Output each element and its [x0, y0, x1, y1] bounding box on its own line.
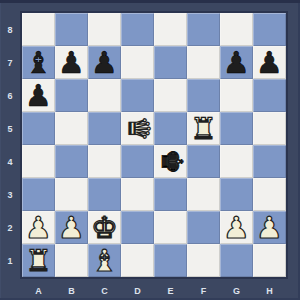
- black-pawn-piece[interactable]: ♟: [91, 46, 118, 79]
- black-pawn-piece[interactable]: ♟: [25, 79, 52, 112]
- square-b6[interactable]: [55, 79, 88, 112]
- square-h7[interactable]: ♟: [253, 46, 286, 79]
- square-a5[interactable]: [22, 112, 55, 145]
- square-g2[interactable]: ♟: [220, 211, 253, 244]
- square-c2[interactable]: ♚: [88, 211, 121, 244]
- square-a6[interactable]: ♟: [22, 79, 55, 112]
- white-queen-tipped-piece[interactable]: ♛: [121, 116, 154, 142]
- square-f2[interactable]: [187, 211, 220, 244]
- square-e8[interactable]: [154, 13, 187, 46]
- square-e5[interactable]: [154, 112, 187, 145]
- square-f5[interactable]: ♜: [187, 112, 220, 145]
- square-e2[interactable]: [154, 211, 187, 244]
- square-d5[interactable]: ♛: [121, 112, 154, 145]
- square-d6[interactable]: [121, 79, 154, 112]
- rank-label-2: 2: [0, 211, 20, 244]
- square-c3[interactable]: [88, 178, 121, 211]
- square-f1[interactable]: [187, 244, 220, 277]
- white-bishop-piece[interactable]: ♝: [91, 244, 118, 277]
- square-f6[interactable]: [187, 79, 220, 112]
- square-e7[interactable]: [154, 46, 187, 79]
- file-label-a: A: [22, 281, 55, 300]
- file-labels: ABCDEFGH: [22, 281, 286, 300]
- square-c5[interactable]: [88, 112, 121, 145]
- square-d1[interactable]: [121, 244, 154, 277]
- file-label-g: G: [220, 281, 253, 300]
- black-king-tipped-piece[interactable]: ♚: [154, 149, 187, 175]
- square-h2[interactable]: ♟: [253, 211, 286, 244]
- square-b7[interactable]: ♟: [55, 46, 88, 79]
- square-d3[interactable]: [121, 178, 154, 211]
- square-h3[interactable]: [253, 178, 286, 211]
- square-h5[interactable]: [253, 112, 286, 145]
- rank-label-5: 5: [0, 112, 20, 145]
- white-rook-piece[interactable]: ♜: [25, 244, 52, 277]
- square-f4[interactable]: [187, 145, 220, 178]
- file-label-e: E: [154, 281, 187, 300]
- square-a7[interactable]: ♝: [22, 46, 55, 79]
- square-g6[interactable]: [220, 79, 253, 112]
- square-f8[interactable]: [187, 13, 220, 46]
- square-a8[interactable]: [22, 13, 55, 46]
- file-label-b: B: [55, 281, 88, 300]
- square-a4[interactable]: [22, 145, 55, 178]
- square-d4[interactable]: [121, 145, 154, 178]
- rank-label-4: 4: [0, 145, 20, 178]
- square-g3[interactable]: [220, 178, 253, 211]
- rank-label-7: 7: [0, 46, 20, 79]
- square-b8[interactable]: [55, 13, 88, 46]
- square-a2[interactable]: ♟: [22, 211, 55, 244]
- square-d2[interactable]: [121, 211, 154, 244]
- black-bishop-piece[interactable]: ♝: [25, 46, 52, 79]
- rank-label-6: 6: [0, 79, 20, 112]
- square-d7[interactable]: [121, 46, 154, 79]
- square-c8[interactable]: [88, 13, 121, 46]
- square-f7[interactable]: [187, 46, 220, 79]
- file-label-h: H: [253, 281, 286, 300]
- board-frame: 87654321 ♝♟♟♟♟♟♛♜♚♟♟♚♟♟♜♝ ABCDEFGH: [0, 0, 300, 300]
- square-c6[interactable]: [88, 79, 121, 112]
- square-b1[interactable]: [55, 244, 88, 277]
- square-b2[interactable]: ♟: [55, 211, 88, 244]
- file-label-c: C: [88, 281, 121, 300]
- white-pawn-piece[interactable]: ♟: [25, 211, 52, 244]
- black-pawn-piece[interactable]: ♟: [256, 46, 283, 79]
- square-g5[interactable]: [220, 112, 253, 145]
- square-c1[interactable]: ♝: [88, 244, 121, 277]
- square-b4[interactable]: [55, 145, 88, 178]
- file-label-d: D: [121, 281, 154, 300]
- chess-board: ♝♟♟♟♟♟♛♜♚♟♟♚♟♟♜♝: [22, 13, 286, 277]
- square-b3[interactable]: [55, 178, 88, 211]
- white-rook-piece[interactable]: ♜: [190, 112, 217, 145]
- square-a1[interactable]: ♜: [22, 244, 55, 277]
- rank-label-8: 8: [0, 13, 20, 46]
- square-c4[interactable]: [88, 145, 121, 178]
- white-pawn-piece[interactable]: ♟: [256, 211, 283, 244]
- square-h1[interactable]: [253, 244, 286, 277]
- rank-labels: 87654321: [0, 13, 20, 277]
- file-label-f: F: [187, 281, 220, 300]
- square-g1[interactable]: [220, 244, 253, 277]
- square-g7[interactable]: ♟: [220, 46, 253, 79]
- board-border: ♝♟♟♟♟♟♛♜♚♟♟♚♟♟♜♝: [20, 11, 288, 279]
- square-e1[interactable]: [154, 244, 187, 277]
- square-b5[interactable]: [55, 112, 88, 145]
- square-e6[interactable]: [154, 79, 187, 112]
- square-h8[interactable]: [253, 13, 286, 46]
- rank-label-1: 1: [0, 244, 20, 277]
- square-h4[interactable]: [253, 145, 286, 178]
- white-pawn-piece[interactable]: ♟: [58, 211, 85, 244]
- black-pawn-piece[interactable]: ♟: [223, 46, 250, 79]
- square-a3[interactable]: [22, 178, 55, 211]
- square-g4[interactable]: [220, 145, 253, 178]
- square-d8[interactable]: [121, 13, 154, 46]
- square-g8[interactable]: [220, 13, 253, 46]
- square-c7[interactable]: ♟: [88, 46, 121, 79]
- white-pawn-piece[interactable]: ♟: [223, 211, 250, 244]
- square-e4[interactable]: ♚: [154, 145, 187, 178]
- rank-label-3: 3: [0, 178, 20, 211]
- black-pawn-piece[interactable]: ♟: [58, 46, 85, 79]
- square-h6[interactable]: [253, 79, 286, 112]
- square-e3[interactable]: [154, 178, 187, 211]
- square-f3[interactable]: [187, 178, 220, 211]
- white-king-piece[interactable]: ♚: [91, 211, 118, 244]
